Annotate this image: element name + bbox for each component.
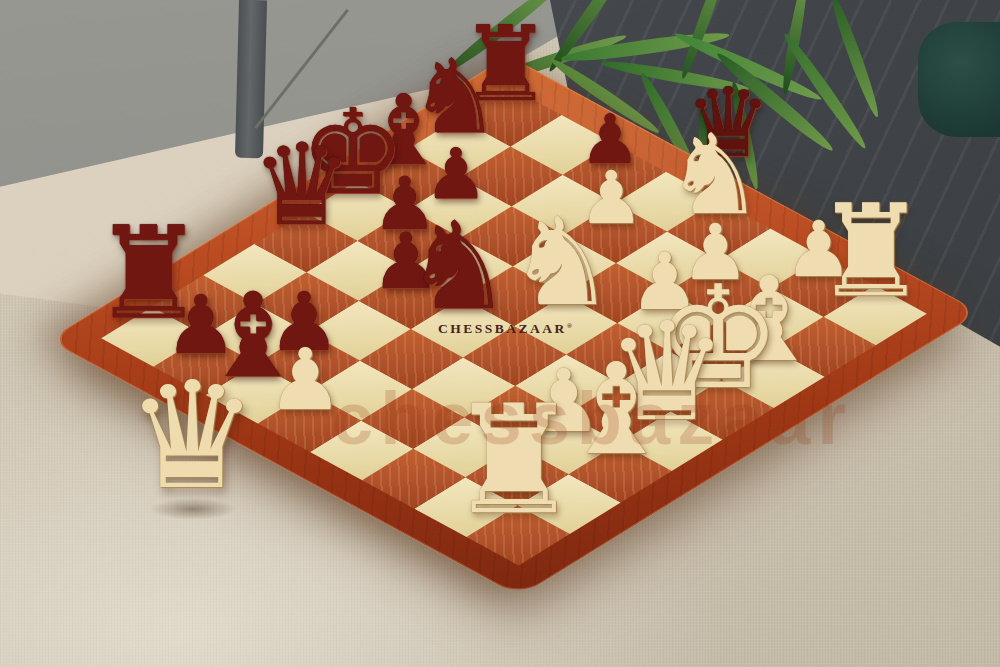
piece-white-rook-a1[interactable]: ♜ — [439, 388, 589, 538]
spare-white-queen[interactable]: ♛ — [112, 366, 272, 507]
background-object — [918, 22, 1000, 137]
registered-mark: ® — [567, 322, 572, 330]
chessbazaar-board-label: CHESSBAZAAR® — [438, 321, 572, 337]
product-photo-scene: ♚♛♜♜♝♝♞♞♟♟♟♟♟♟♚♛♜♜♝♝♞♞♟♟♟♟♟♟ ♛♛ CHESSBAZ… — [0, 0, 1000, 667]
white-rook-glyph: ♜ — [439, 388, 589, 530]
